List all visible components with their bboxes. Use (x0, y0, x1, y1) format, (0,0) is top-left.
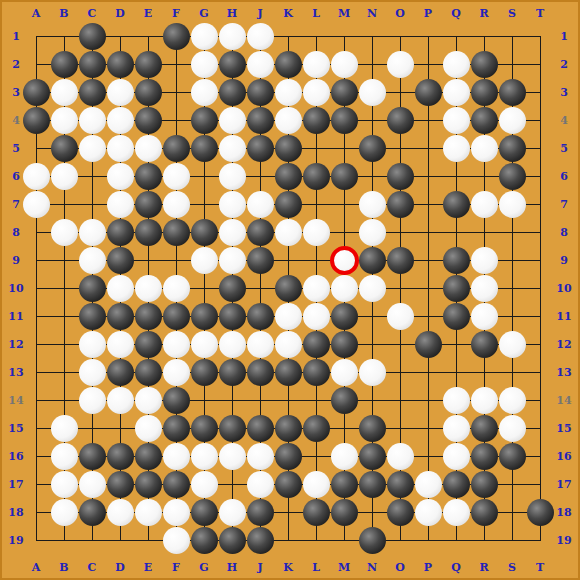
black-stone-D8[interactable] (107, 219, 134, 246)
white-stone-B4[interactable] (51, 107, 78, 134)
white-stone-O11[interactable] (387, 303, 414, 330)
black-stone-H2[interactable] (219, 51, 246, 78)
white-stone-C4[interactable] (79, 107, 106, 134)
white-stone-J12[interactable] (247, 331, 274, 358)
white-stone-G9[interactable] (191, 247, 218, 274)
row-label-left: 14 (8, 395, 23, 406)
white-stone-Q16[interactable] (443, 443, 470, 470)
column-label-bottom: O (395, 562, 405, 573)
black-stone-J5[interactable] (247, 135, 274, 162)
column-label-top: N (367, 8, 377, 19)
white-stone-K4[interactable] (275, 107, 302, 134)
white-stone-K12[interactable] (275, 331, 302, 358)
white-stone-B16[interactable] (51, 443, 78, 470)
row-label-left: 11 (8, 311, 23, 322)
column-label-top: S (508, 8, 516, 19)
black-stone-N19[interactable] (359, 527, 386, 554)
row-label-left: 17 (8, 479, 23, 490)
column-label-top: Q (451, 8, 461, 19)
row-label-left: 8 (12, 227, 20, 238)
column-label-bottom: S (508, 562, 516, 573)
white-stone-C8[interactable] (79, 219, 106, 246)
black-stone-O9[interactable] (387, 247, 414, 274)
white-stone-B6[interactable] (51, 163, 78, 190)
black-stone-R12[interactable] (471, 331, 498, 358)
black-stone-K13[interactable] (275, 359, 302, 386)
black-stone-J8[interactable] (247, 219, 274, 246)
black-stone-E16[interactable] (135, 443, 162, 470)
white-stone-S12[interactable] (499, 331, 526, 358)
black-stone-L4[interactable] (303, 107, 330, 134)
white-stone-C5[interactable] (79, 135, 106, 162)
white-stone-L17[interactable] (303, 471, 330, 498)
black-stone-S5[interactable] (499, 135, 526, 162)
black-stone-G11[interactable] (191, 303, 218, 330)
black-stone-M11[interactable] (331, 303, 358, 330)
white-stone-J16[interactable] (247, 443, 274, 470)
row-label-right: 9 (560, 255, 568, 266)
black-stone-K2[interactable] (275, 51, 302, 78)
white-stone-F19[interactable] (163, 527, 190, 554)
row-label-left: 2 (12, 59, 20, 70)
column-label-top: R (479, 8, 488, 19)
black-stone-L6[interactable] (303, 163, 330, 190)
go-board-screenshot: AABBCCDDEEFFGGHHJJKKLLMMNNOOPPQQRRSSTT11… (0, 0, 580, 580)
row-label-right: 7 (560, 199, 568, 210)
black-stone-B5[interactable] (51, 135, 78, 162)
white-stone-M13[interactable] (331, 359, 358, 386)
white-stone-H12[interactable] (219, 331, 246, 358)
row-label-left: 4 (12, 115, 20, 126)
black-stone-G15[interactable] (191, 415, 218, 442)
row-label-left: 3 (12, 87, 20, 98)
row-label-left: 9 (12, 255, 20, 266)
white-stone-B8[interactable] (51, 219, 78, 246)
white-stone-F6[interactable] (163, 163, 190, 190)
row-label-right: 16 (556, 451, 571, 462)
row-label-right: 1 (560, 31, 568, 42)
black-stone-C11[interactable] (79, 303, 106, 330)
black-stone-L13[interactable] (303, 359, 330, 386)
black-stone-Q17[interactable] (443, 471, 470, 498)
black-stone-R15[interactable] (471, 415, 498, 442)
column-label-bottom: K (283, 562, 293, 573)
row-label-right: 10 (556, 283, 571, 294)
white-stone-B18[interactable] (51, 499, 78, 526)
black-stone-E2[interactable] (135, 51, 162, 78)
black-stone-D17[interactable] (107, 471, 134, 498)
column-label-top: B (59, 8, 68, 19)
white-stone-A7[interactable] (23, 191, 50, 218)
black-stone-R16[interactable] (471, 443, 498, 470)
black-stone-J18[interactable] (247, 499, 274, 526)
black-stone-F8[interactable] (163, 219, 190, 246)
white-stone-O16[interactable] (387, 443, 414, 470)
white-stone-J17[interactable] (247, 471, 274, 498)
black-stone-N17[interactable] (359, 471, 386, 498)
white-stone-D10[interactable] (107, 275, 134, 302)
white-stone-H8[interactable] (219, 219, 246, 246)
black-stone-L18[interactable] (303, 499, 330, 526)
row-label-left: 7 (12, 199, 20, 210)
black-stone-F11[interactable] (163, 303, 190, 330)
row-label-left: 5 (12, 143, 20, 154)
black-stone-K6[interactable] (275, 163, 302, 190)
black-stone-T18[interactable] (527, 499, 554, 526)
white-stone-Q15[interactable] (443, 415, 470, 442)
black-stone-A4[interactable] (23, 107, 50, 134)
white-stone-K11[interactable] (275, 303, 302, 330)
white-stone-R7[interactable] (471, 191, 498, 218)
white-stone-D3[interactable] (107, 79, 134, 106)
white-stone-K3[interactable] (275, 79, 302, 106)
black-stone-E13[interactable] (135, 359, 162, 386)
white-stone-R5[interactable] (471, 135, 498, 162)
white-stone-N13[interactable] (359, 359, 386, 386)
white-stone-R9[interactable] (471, 247, 498, 274)
white-stone-D14[interactable] (107, 387, 134, 414)
white-stone-H1[interactable] (219, 23, 246, 50)
white-stone-R11[interactable] (471, 303, 498, 330)
black-stone-M14[interactable] (331, 387, 358, 414)
black-stone-O18[interactable] (387, 499, 414, 526)
black-stone-D16[interactable] (107, 443, 134, 470)
row-label-left: 18 (8, 507, 23, 518)
white-stone-D18[interactable] (107, 499, 134, 526)
white-stone-P17[interactable] (415, 471, 442, 498)
white-stone-S14[interactable] (499, 387, 526, 414)
row-label-right: 14 (556, 395, 571, 406)
black-stone-Q11[interactable] (443, 303, 470, 330)
column-label-top: J (257, 8, 262, 19)
black-stone-N15[interactable] (359, 415, 386, 442)
black-stone-Q9[interactable] (443, 247, 470, 274)
black-stone-Q10[interactable] (443, 275, 470, 302)
white-stone-F13[interactable] (163, 359, 190, 386)
column-label-top: P (424, 8, 432, 19)
black-stone-C18[interactable] (79, 499, 106, 526)
white-stone-N7[interactable] (359, 191, 386, 218)
white-stone-F12[interactable] (163, 331, 190, 358)
column-label-bottom: M (338, 562, 350, 573)
grid-line-v (540, 36, 541, 541)
black-stone-S16[interactable] (499, 443, 526, 470)
black-stone-G5[interactable] (191, 135, 218, 162)
white-stone-R10[interactable] (471, 275, 498, 302)
white-stone-N10[interactable] (359, 275, 386, 302)
white-stone-G17[interactable] (191, 471, 218, 498)
black-stone-D2[interactable] (107, 51, 134, 78)
black-stone-M12[interactable] (331, 331, 358, 358)
black-stone-C3[interactable] (79, 79, 106, 106)
white-stone-H9[interactable] (219, 247, 246, 274)
column-label-bottom: R (479, 562, 488, 573)
column-label-top: D (115, 8, 125, 19)
row-label-left: 12 (8, 339, 23, 350)
row-label-left: 6 (12, 171, 20, 182)
black-stone-M17[interactable] (331, 471, 358, 498)
black-stone-E4[interactable] (135, 107, 162, 134)
white-stone-B17[interactable] (51, 471, 78, 498)
row-label-right: 6 (560, 171, 568, 182)
black-stone-E12[interactable] (135, 331, 162, 358)
black-stone-K7[interactable] (275, 191, 302, 218)
white-stone-H7[interactable] (219, 191, 246, 218)
black-stone-H10[interactable] (219, 275, 246, 302)
black-stone-S3[interactable] (499, 79, 526, 106)
last-move-marker (330, 246, 359, 275)
white-stone-G16[interactable] (191, 443, 218, 470)
white-stone-C14[interactable] (79, 387, 106, 414)
black-stone-H19[interactable] (219, 527, 246, 554)
row-label-left: 16 (8, 451, 23, 462)
white-stone-F10[interactable] (163, 275, 190, 302)
grid-line-v (428, 36, 429, 541)
grid-line-h (36, 540, 541, 541)
white-stone-Q5[interactable] (443, 135, 470, 162)
white-stone-J1[interactable] (247, 23, 274, 50)
column-label-top: G (199, 8, 208, 19)
black-stone-H13[interactable] (219, 359, 246, 386)
row-label-right: 12 (556, 339, 571, 350)
column-label-top: A (32, 8, 41, 19)
white-stone-M16[interactable] (331, 443, 358, 470)
black-stone-E7[interactable] (135, 191, 162, 218)
row-label-right: 17 (556, 479, 571, 490)
white-stone-H5[interactable] (219, 135, 246, 162)
white-stone-E18[interactable] (135, 499, 162, 526)
row-label-right: 3 (560, 87, 568, 98)
white-stone-B15[interactable] (51, 415, 78, 442)
white-stone-D6[interactable] (107, 163, 134, 190)
black-stone-F15[interactable] (163, 415, 190, 442)
black-stone-O7[interactable] (387, 191, 414, 218)
white-stone-Q3[interactable] (443, 79, 470, 106)
white-stone-G1[interactable] (191, 23, 218, 50)
white-stone-L3[interactable] (303, 79, 330, 106)
black-stone-J15[interactable] (247, 415, 274, 442)
black-stone-H15[interactable] (219, 415, 246, 442)
black-stone-J4[interactable] (247, 107, 274, 134)
white-stone-D7[interactable] (107, 191, 134, 218)
black-stone-H3[interactable] (219, 79, 246, 106)
column-label-top: E (144, 8, 152, 19)
black-stone-K15[interactable] (275, 415, 302, 442)
white-stone-A6[interactable] (23, 163, 50, 190)
white-stone-P18[interactable] (415, 499, 442, 526)
black-stone-M18[interactable] (331, 499, 358, 526)
black-stone-E6[interactable] (135, 163, 162, 190)
white-stone-E14[interactable] (135, 387, 162, 414)
column-label-bottom: F (172, 562, 180, 573)
black-stone-D9[interactable] (107, 247, 134, 274)
white-stone-G12[interactable] (191, 331, 218, 358)
black-stone-K5[interactable] (275, 135, 302, 162)
black-stone-C1[interactable] (79, 23, 106, 50)
white-stone-L11[interactable] (303, 303, 330, 330)
column-label-bottom: N (367, 562, 377, 573)
column-label-bottom: E (144, 562, 152, 573)
black-stone-F1[interactable] (163, 23, 190, 50)
black-stone-J3[interactable] (247, 79, 274, 106)
white-stone-H6[interactable] (219, 163, 246, 190)
white-stone-F18[interactable] (163, 499, 190, 526)
black-stone-M6[interactable] (331, 163, 358, 190)
black-stone-S6[interactable] (499, 163, 526, 190)
column-label-bottom: J (257, 562, 262, 573)
white-stone-F16[interactable] (163, 443, 190, 470)
black-stone-E3[interactable] (135, 79, 162, 106)
black-stone-O6[interactable] (387, 163, 414, 190)
black-stone-R17[interactable] (471, 471, 498, 498)
column-label-bottom: Q (451, 562, 461, 573)
black-stone-G13[interactable] (191, 359, 218, 386)
black-stone-J9[interactable] (247, 247, 274, 274)
white-stone-M2[interactable] (331, 51, 358, 78)
column-label-bottom: T (536, 562, 544, 573)
row-label-right: 4 (560, 115, 568, 126)
black-stone-L12[interactable] (303, 331, 330, 358)
black-stone-J11[interactable] (247, 303, 274, 330)
white-stone-C13[interactable] (79, 359, 106, 386)
black-stone-G8[interactable] (191, 219, 218, 246)
white-stone-L2[interactable] (303, 51, 330, 78)
white-stone-B3[interactable] (51, 79, 78, 106)
column-label-top: K (283, 8, 293, 19)
column-label-top: T (536, 8, 544, 19)
black-stone-G4[interactable] (191, 107, 218, 134)
white-stone-N3[interactable] (359, 79, 386, 106)
white-stone-K8[interactable] (275, 219, 302, 246)
white-stone-C17[interactable] (79, 471, 106, 498)
column-label-bottom: H (227, 562, 237, 573)
black-stone-D11[interactable] (107, 303, 134, 330)
white-stone-E15[interactable] (135, 415, 162, 442)
column-label-bottom: P (424, 562, 432, 573)
black-stone-O17[interactable] (387, 471, 414, 498)
black-stone-M3[interactable] (331, 79, 358, 106)
column-label-top: M (338, 8, 350, 19)
column-label-top: H (227, 8, 237, 19)
column-label-bottom: G (199, 562, 208, 573)
row-label-right: 19 (556, 535, 571, 546)
black-stone-M4[interactable] (331, 107, 358, 134)
black-stone-Q7[interactable] (443, 191, 470, 218)
row-label-left: 15 (8, 423, 23, 434)
black-stone-A3[interactable] (23, 79, 50, 106)
black-stone-R18[interactable] (471, 499, 498, 526)
white-stone-O2[interactable] (387, 51, 414, 78)
black-stone-P12[interactable] (415, 331, 442, 358)
white-stone-R14[interactable] (471, 387, 498, 414)
black-stone-E8[interactable] (135, 219, 162, 246)
black-stone-C10[interactable] (79, 275, 106, 302)
white-stone-M10[interactable] (331, 275, 358, 302)
black-stone-G19[interactable] (191, 527, 218, 554)
column-label-top: L (312, 8, 320, 19)
white-stone-H16[interactable] (219, 443, 246, 470)
white-stone-C12[interactable] (79, 331, 106, 358)
row-label-right: 13 (556, 367, 571, 378)
white-stone-S15[interactable] (499, 415, 526, 442)
white-stone-D5[interactable] (107, 135, 134, 162)
black-stone-P3[interactable] (415, 79, 442, 106)
white-stone-H4[interactable] (219, 107, 246, 134)
column-label-top: O (395, 8, 405, 19)
white-stone-C9[interactable] (79, 247, 106, 274)
row-label-left: 10 (8, 283, 23, 294)
white-stone-Q4[interactable] (443, 107, 470, 134)
white-stone-D4[interactable] (107, 107, 134, 134)
black-stone-D13[interactable] (107, 359, 134, 386)
row-label-left: 1 (12, 31, 20, 42)
row-label-right: 18 (556, 507, 571, 518)
white-stone-J2[interactable] (247, 51, 274, 78)
black-stone-O4[interactable] (387, 107, 414, 134)
black-stone-R4[interactable] (471, 107, 498, 134)
column-label-top: C (88, 8, 97, 19)
white-stone-Q2[interactable] (443, 51, 470, 78)
row-label-right: 2 (560, 59, 568, 70)
black-stone-H11[interactable] (219, 303, 246, 330)
black-stone-K17[interactable] (275, 471, 302, 498)
white-stone-J7[interactable] (247, 191, 274, 218)
white-stone-S4[interactable] (499, 107, 526, 134)
black-stone-N9[interactable] (359, 247, 386, 274)
white-stone-G2[interactable] (191, 51, 218, 78)
black-stone-N16[interactable] (359, 443, 386, 470)
column-label-bottom: L (312, 562, 320, 573)
white-stone-L8[interactable] (303, 219, 330, 246)
white-stone-N8[interactable] (359, 219, 386, 246)
black-stone-J19[interactable] (247, 527, 274, 554)
black-stone-L15[interactable] (303, 415, 330, 442)
black-stone-R2[interactable] (471, 51, 498, 78)
black-stone-G18[interactable] (191, 499, 218, 526)
black-stone-K16[interactable] (275, 443, 302, 470)
black-stone-F17[interactable] (163, 471, 190, 498)
black-stone-R3[interactable] (471, 79, 498, 106)
row-label-right: 8 (560, 227, 568, 238)
white-stone-Q14[interactable] (443, 387, 470, 414)
black-stone-F5[interactable] (163, 135, 190, 162)
black-stone-C16[interactable] (79, 443, 106, 470)
white-stone-S7[interactable] (499, 191, 526, 218)
black-stone-E11[interactable] (135, 303, 162, 330)
black-stone-K10[interactable] (275, 275, 302, 302)
row-label-left: 13 (8, 367, 23, 378)
white-stone-D12[interactable] (107, 331, 134, 358)
black-stone-B2[interactable] (51, 51, 78, 78)
black-stone-F14[interactable] (163, 387, 190, 414)
go-board[interactable]: AABBCCDDEEFFGGHHJJKKLLMMNNOOPPQQRRSSTT11… (0, 0, 580, 580)
column-label-bottom: B (59, 562, 68, 573)
black-stone-N5[interactable] (359, 135, 386, 162)
white-stone-F7[interactable] (163, 191, 190, 218)
white-stone-E5[interactable] (135, 135, 162, 162)
white-stone-G3[interactable] (191, 79, 218, 106)
white-stone-Q18[interactable] (443, 499, 470, 526)
white-stone-E10[interactable] (135, 275, 162, 302)
black-stone-J13[interactable] (247, 359, 274, 386)
row-label-right: 5 (560, 143, 568, 154)
black-stone-E17[interactable] (135, 471, 162, 498)
column-label-bottom: D (115, 562, 125, 573)
black-stone-C2[interactable] (79, 51, 106, 78)
white-stone-L10[interactable] (303, 275, 330, 302)
column-label-bottom: A (32, 562, 41, 573)
white-stone-H18[interactable] (219, 499, 246, 526)
